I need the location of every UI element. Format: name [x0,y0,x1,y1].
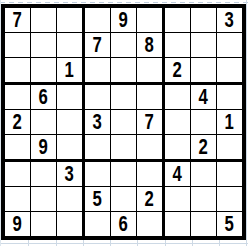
cell-r8c3[interactable] [57,187,82,211]
cell-r9c9: 5 [217,212,242,236]
cell-r6c9[interactable] [217,135,242,159]
cell-digit: 3 [65,163,74,185]
cell-r3c9[interactable] [217,58,242,82]
cell-r5c7[interactable] [165,110,190,134]
cell-r3c7: 2 [165,58,190,82]
cell-r2c3[interactable] [57,33,82,57]
cell-r8c8[interactable] [191,187,216,211]
cell-digit: 4 [199,86,208,108]
cell-r7c8[interactable] [191,162,216,186]
cell-r5c9: 1 [217,110,242,134]
cell-r9c7[interactable] [165,212,190,236]
cell-r6c1[interactable] [5,135,30,159]
cell-r4c2: 6 [31,85,56,109]
sudoku-box-1: 71 [5,8,82,82]
cell-digit: 9 [119,9,128,31]
cell-r5c3[interactable] [57,110,82,134]
cell-r9c1: 9 [5,212,30,236]
cell-r3c8[interactable] [191,58,216,82]
cell-r8c6: 2 [137,187,162,211]
cell-digit: 9 [39,136,48,158]
cell-r7c7: 4 [165,162,190,186]
sudoku-board: 7197832629374123952645 [1,4,246,240]
cell-r8c9[interactable] [217,187,242,211]
cell-r4c8: 4 [191,85,216,109]
cell-r2c1[interactable] [5,33,30,57]
cell-r4c5[interactable] [111,85,136,109]
cell-r3c3: 1 [57,58,82,82]
cell-digit: 7 [13,9,22,31]
cell-r1c8[interactable] [191,8,216,32]
cell-r1c6[interactable] [137,8,162,32]
cell-r6c2: 9 [31,135,56,159]
cell-r7c3: 3 [57,162,82,186]
cell-r1c4[interactable] [85,8,110,32]
cell-digit: 5 [225,213,234,235]
cell-digit: 4 [173,163,182,185]
cell-r3c1[interactable] [5,58,30,82]
spreadsheet-gridline-top [0,2,248,3]
cell-r9c4[interactable] [85,212,110,236]
cell-digit: 2 [13,111,22,133]
cell-r2c4: 7 [85,33,110,57]
sudoku-box-7: 39 [5,162,82,236]
cell-r9c2[interactable] [31,212,56,236]
sudoku-box-3: 32 [165,8,242,82]
cell-r8c4: 5 [85,187,110,211]
cell-r2c5[interactable] [111,33,136,57]
cell-digit: 7 [145,111,154,133]
cell-r7c6[interactable] [137,162,162,186]
cell-r3c5[interactable] [111,58,136,82]
cell-r6c7[interactable] [165,135,190,159]
sudoku-box-6: 412 [165,85,242,159]
cell-r4c3[interactable] [57,85,82,109]
cell-digit: 2 [199,136,208,158]
cell-r2c7[interactable] [165,33,190,57]
cell-r8c5[interactable] [111,187,136,211]
sudoku-box-2: 978 [85,8,162,82]
cell-digit: 7 [93,34,102,56]
cell-r4c6[interactable] [137,85,162,109]
cell-r6c5[interactable] [111,135,136,159]
cell-digit: 6 [119,213,128,235]
cell-r9c8[interactable] [191,212,216,236]
cell-r9c6[interactable] [137,212,162,236]
cell-digit: 6 [39,86,48,108]
cell-r1c9: 3 [217,8,242,32]
cell-digit: 5 [93,188,102,210]
cell-digit: 3 [225,9,234,31]
cell-r3c2[interactable] [31,58,56,82]
cell-r6c4[interactable] [85,135,110,159]
sudoku-box-4: 629 [5,85,82,159]
sudoku-box-5: 37 [85,85,162,159]
cell-r2c8[interactable] [191,33,216,57]
cell-r7c4[interactable] [85,162,110,186]
cell-r1c3[interactable] [57,8,82,32]
cell-r7c9[interactable] [217,162,242,186]
cell-r4c4[interactable] [85,85,110,109]
cell-r2c2[interactable] [31,33,56,57]
cell-r1c5: 9 [111,8,136,32]
cell-r1c1: 7 [5,8,30,32]
cell-r8c1[interactable] [5,187,30,211]
cell-r8c2[interactable] [31,187,56,211]
cell-r7c2[interactable] [31,162,56,186]
cell-r1c2[interactable] [31,8,56,32]
cell-r4c1[interactable] [5,85,30,109]
cell-r1c7[interactable] [165,8,190,32]
cell-digit: 1 [225,111,234,133]
cell-r5c2[interactable] [31,110,56,134]
cell-digit: 2 [173,59,182,81]
cell-r6c3[interactable] [57,135,82,159]
cell-digit: 3 [93,111,102,133]
cell-r6c6[interactable] [137,135,162,159]
cell-digit: 8 [145,34,154,56]
cell-digit: 2 [145,188,154,210]
cell-r5c1: 2 [5,110,30,134]
cell-r9c3[interactable] [57,212,82,236]
cell-r5c5[interactable] [111,110,136,134]
cell-r3c6[interactable] [137,58,162,82]
sudoku-box-9: 45 [165,162,242,236]
cell-r3c4[interactable] [85,58,110,82]
cell-r2c6: 8 [137,33,162,57]
cell-r9c5: 6 [111,212,136,236]
cell-r4c7[interactable] [165,85,190,109]
cell-r5c4: 3 [85,110,110,134]
cell-r7c5[interactable] [111,162,136,186]
sudoku-box-8: 526 [85,162,162,236]
cell-r6c8: 2 [191,135,216,159]
cell-digit: 1 [65,59,74,81]
cell-r4c9[interactable] [217,85,242,109]
cell-r8c7[interactable] [165,187,190,211]
cell-r5c8[interactable] [191,110,216,134]
cell-r2c9[interactable] [217,33,242,57]
cell-digit: 9 [13,213,22,235]
spreadsheet-gridline-right [246,0,247,246]
cell-r5c6: 7 [137,110,162,134]
spreadsheet-column-stubs [2,240,247,246]
cell-r7c1[interactable] [5,162,30,186]
